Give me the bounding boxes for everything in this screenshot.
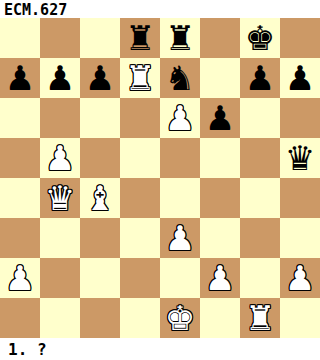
square-c8[interactable]	[80, 18, 120, 58]
square-c3[interactable]	[80, 218, 120, 258]
square-g5[interactable]	[240, 138, 280, 178]
white-rook-piece: ♜	[240, 298, 280, 338]
black-rook-piece: ♜	[120, 18, 160, 58]
black-king-piece: ♚	[240, 18, 280, 58]
move-prompt: 1. ?	[8, 340, 47, 359]
square-c5[interactable]	[80, 138, 120, 178]
square-d5[interactable]	[120, 138, 160, 178]
square-e8[interactable]: ♜	[160, 18, 200, 58]
square-f5[interactable]	[200, 138, 240, 178]
square-b8[interactable]	[40, 18, 80, 58]
square-d1[interactable]	[120, 298, 160, 338]
chess-board: ♜♜♚♟♟♟♜♞♟♟♟♟♟♛♛♝♟♟♟♟♚♜	[0, 18, 320, 338]
square-f3[interactable]	[200, 218, 240, 258]
square-c1[interactable]	[80, 298, 120, 338]
square-c2[interactable]	[80, 258, 120, 298]
square-d7[interactable]: ♜	[120, 58, 160, 98]
square-h3[interactable]	[280, 218, 320, 258]
square-f1[interactable]	[200, 298, 240, 338]
black-pawn-piece: ♟	[80, 58, 120, 98]
square-h2[interactable]: ♟	[280, 258, 320, 298]
square-c4[interactable]: ♝	[80, 178, 120, 218]
black-knight-piece: ♞	[160, 58, 200, 98]
page-title: ECM.627	[4, 1, 67, 19]
square-a1[interactable]	[0, 298, 40, 338]
square-f7[interactable]	[200, 58, 240, 98]
square-e7[interactable]: ♞	[160, 58, 200, 98]
square-e5[interactable]	[160, 138, 200, 178]
square-h4[interactable]	[280, 178, 320, 218]
square-b4[interactable]: ♛	[40, 178, 80, 218]
white-pawn-piece: ♟	[160, 98, 200, 138]
white-king-piece: ♚	[160, 298, 200, 338]
square-d2[interactable]	[120, 258, 160, 298]
square-g3[interactable]	[240, 218, 280, 258]
square-b3[interactable]	[40, 218, 80, 258]
square-g6[interactable]	[240, 98, 280, 138]
square-a7[interactable]: ♟	[0, 58, 40, 98]
square-a3[interactable]	[0, 218, 40, 258]
square-b7[interactable]: ♟	[40, 58, 80, 98]
white-pawn-piece: ♟	[0, 258, 40, 298]
square-d3[interactable]	[120, 218, 160, 258]
square-b6[interactable]	[40, 98, 80, 138]
black-queen-piece: ♛	[280, 138, 320, 178]
square-h5[interactable]: ♛	[280, 138, 320, 178]
black-pawn-piece: ♟	[240, 58, 280, 98]
black-pawn-piece: ♟	[280, 58, 320, 98]
square-f4[interactable]	[200, 178, 240, 218]
square-h7[interactable]: ♟	[280, 58, 320, 98]
square-c7[interactable]: ♟	[80, 58, 120, 98]
square-e6[interactable]: ♟	[160, 98, 200, 138]
square-h8[interactable]	[280, 18, 320, 58]
white-pawn-piece: ♟	[160, 218, 200, 258]
white-bishop-piece: ♝	[80, 178, 120, 218]
white-pawn-piece: ♟	[40, 138, 80, 178]
white-pawn-piece: ♟	[280, 258, 320, 298]
square-h1[interactable]	[280, 298, 320, 338]
square-f6[interactable]: ♟	[200, 98, 240, 138]
square-a4[interactable]	[0, 178, 40, 218]
square-e2[interactable]	[160, 258, 200, 298]
square-b5[interactable]: ♟	[40, 138, 80, 178]
square-e1[interactable]: ♚	[160, 298, 200, 338]
black-pawn-piece: ♟	[40, 58, 80, 98]
square-a5[interactable]	[0, 138, 40, 178]
square-b1[interactable]	[40, 298, 80, 338]
white-queen-piece: ♛	[40, 178, 80, 218]
square-d4[interactable]	[120, 178, 160, 218]
square-g8[interactable]: ♚	[240, 18, 280, 58]
square-a8[interactable]	[0, 18, 40, 58]
square-c6[interactable]	[80, 98, 120, 138]
square-d6[interactable]	[120, 98, 160, 138]
chess-diagram-page: ECM.627 ♜♜♚♟♟♟♜♞♟♟♟♟♟♛♛♝♟♟♟♟♚♜ 1. ?	[0, 0, 320, 360]
black-pawn-piece: ♟	[0, 58, 40, 98]
square-e4[interactable]	[160, 178, 200, 218]
square-g4[interactable]	[240, 178, 280, 218]
square-e3[interactable]: ♟	[160, 218, 200, 258]
square-g7[interactable]: ♟	[240, 58, 280, 98]
square-b2[interactable]	[40, 258, 80, 298]
white-pawn-piece: ♟	[200, 258, 240, 298]
square-h6[interactable]	[280, 98, 320, 138]
square-g1[interactable]: ♜	[240, 298, 280, 338]
square-a6[interactable]	[0, 98, 40, 138]
black-rook-piece: ♜	[160, 18, 200, 58]
square-g2[interactable]	[240, 258, 280, 298]
square-f8[interactable]	[200, 18, 240, 58]
white-rook-piece: ♜	[120, 58, 160, 98]
square-d8[interactable]: ♜	[120, 18, 160, 58]
black-pawn-piece: ♟	[200, 98, 240, 138]
square-a2[interactable]: ♟	[0, 258, 40, 298]
square-f2[interactable]: ♟	[200, 258, 240, 298]
